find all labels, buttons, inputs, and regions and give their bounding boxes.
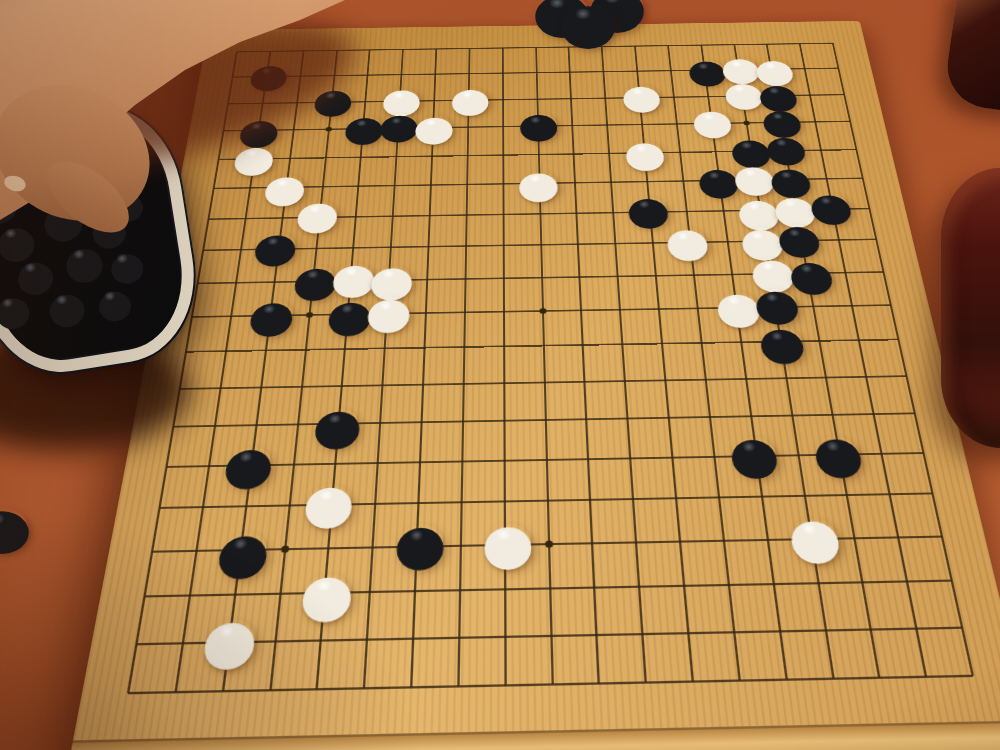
white-stone[interactable]: ●	[415, 115, 452, 142]
white-stone[interactable]: ●	[302, 573, 352, 617]
white-stone[interactable]: ●	[520, 171, 558, 200]
white-stone[interactable]: ●	[667, 227, 709, 258]
bowl-black-stone[interactable]: ●	[61, 241, 106, 284]
white-stone[interactable]: ●	[625, 140, 664, 167]
black-stone[interactable]: ●	[250, 300, 294, 333]
corner-object	[942, 0, 1000, 113]
black-stone[interactable]: ●	[730, 436, 778, 475]
star-point	[305, 312, 313, 318]
captured-stone-on-table[interactable]: ●	[0, 507, 28, 549]
star-point	[743, 121, 750, 126]
white-stone[interactable]: ●	[452, 87, 488, 113]
black-stone[interactable]: ●	[315, 408, 361, 445]
white-stone[interactable]: ●	[485, 523, 531, 565]
black-stone[interactable]: ●	[254, 232, 297, 263]
white-stone[interactable]: ●	[623, 84, 660, 110]
black-stone[interactable]: ●	[759, 327, 805, 361]
black-stone[interactable]: ●	[520, 112, 557, 139]
black-stone[interactable]: ●	[218, 532, 269, 575]
white-stone[interactable]: ●	[203, 618, 256, 664]
board-front-edge	[66, 720, 1000, 750]
white-stone[interactable]: ●	[789, 517, 840, 559]
white-stone[interactable]: ●	[297, 200, 338, 230]
go-game-photo: ●●●●●●●●●●●●●●●●●●●●●●●●●●●●●●●●●●●●●●●●…	[0, 0, 1000, 750]
white-stone[interactable]: ●	[305, 484, 353, 525]
black-stone[interactable]: ●	[813, 435, 863, 474]
star-point	[325, 127, 332, 132]
star-point	[544, 540, 552, 547]
star-point	[280, 545, 289, 552]
star-point	[539, 308, 546, 314]
white-stone[interactable]: ●	[368, 296, 410, 329]
black-stone[interactable]: ●	[397, 523, 444, 565]
black-stone[interactable]: ●	[225, 446, 273, 485]
bowl-black-stone[interactable]: ●	[92, 282, 137, 325]
captured-stone-on-table[interactable]: ●	[562, 2, 614, 44]
go-bowl-right[interactable]	[941, 168, 1000, 448]
bowl-black-stone[interactable]: ●	[44, 286, 89, 329]
